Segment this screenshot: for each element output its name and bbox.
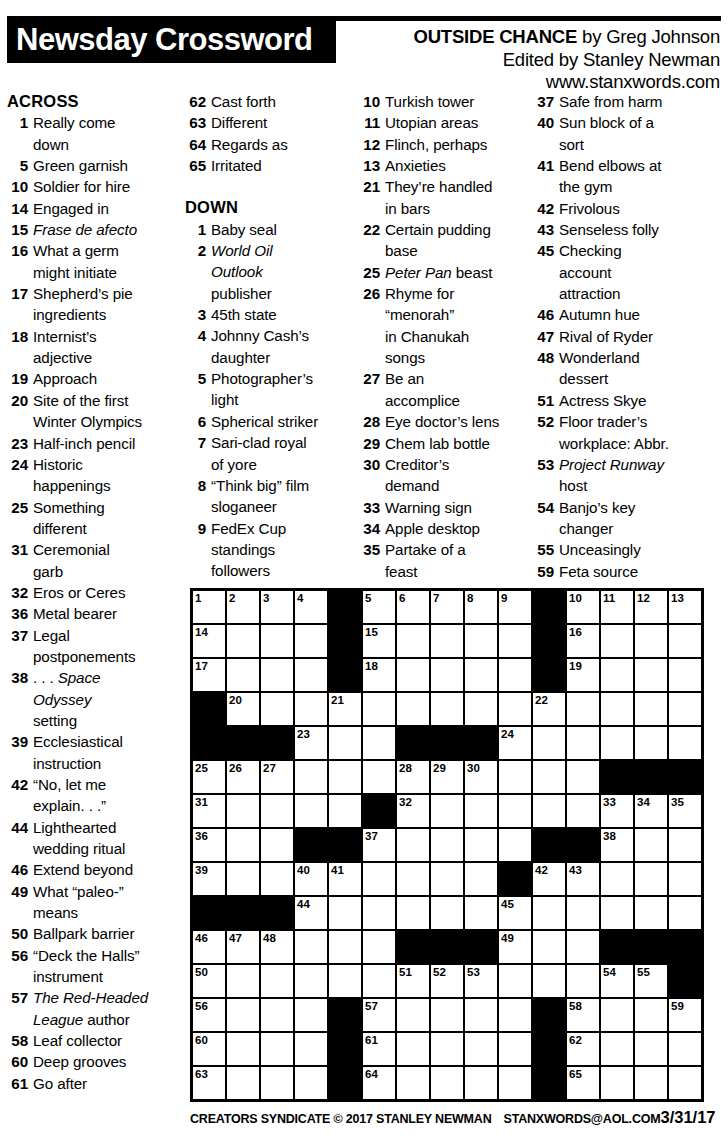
black-square: [260, 896, 294, 930]
black-square: [328, 828, 362, 862]
grid-cell[interactable]: 61: [362, 1032, 396, 1066]
grid-cell[interactable]: [430, 794, 464, 828]
grid-cell[interactable]: [430, 998, 464, 1032]
clue-43-down: 43Senseless folly: [533, 219, 727, 240]
black-square: [192, 692, 226, 726]
grid-cell[interactable]: [668, 624, 702, 658]
clue-number: 51: [533, 390, 559, 411]
grid-cell[interactable]: [464, 624, 498, 658]
clue-number: 37: [533, 91, 559, 112]
grid-cell[interactable]: 64: [362, 1066, 396, 1100]
clue-text: Ecclesiastical instruction: [33, 731, 181, 774]
cell-number: 51: [399, 965, 412, 979]
clue-10-across: 10Soldier for hire: [7, 176, 181, 197]
grid-cell[interactable]: 6: [396, 590, 430, 624]
clue-number: 31: [7, 539, 33, 582]
black-square: [328, 1066, 362, 1100]
grid-cell[interactable]: [498, 794, 532, 828]
grid-cell[interactable]: 52: [430, 964, 464, 998]
clue-number: 28: [359, 411, 385, 432]
grid-cell[interactable]: [566, 760, 600, 794]
clue-text: Flinch, perhaps: [385, 134, 531, 155]
clue-text: “Deck the Halls” instrument: [33, 945, 181, 988]
grid-cell[interactable]: [498, 658, 532, 692]
grid-cell[interactable]: [634, 1032, 668, 1066]
grid-cell[interactable]: [362, 964, 396, 998]
grid-cell[interactable]: [464, 998, 498, 1032]
grid-cell[interactable]: [226, 1066, 260, 1100]
grid-cell[interactable]: [600, 692, 634, 726]
cell-number: 42: [535, 863, 548, 877]
grid-cell[interactable]: [294, 794, 328, 828]
grid-cell[interactable]: [294, 998, 328, 1032]
grid-cell[interactable]: 31: [192, 794, 226, 828]
grid-cell[interactable]: [430, 828, 464, 862]
clue-59-down: 59Feta source: [533, 561, 727, 582]
grid-cell[interactable]: 60: [192, 1032, 226, 1066]
clue-20-across: 20Site of the first Winter Olympics: [7, 390, 181, 433]
grid-cell[interactable]: 24: [498, 726, 532, 760]
grid-cell[interactable]: [396, 998, 430, 1032]
cell-number: 26: [229, 761, 242, 775]
grid-cell[interactable]: [532, 964, 566, 998]
clue-14-across: 14Engaged in: [7, 198, 181, 219]
clue-number: 24: [7, 454, 33, 497]
grid-cell[interactable]: [226, 1032, 260, 1066]
cell-number: 46: [195, 931, 208, 945]
black-square: [328, 590, 362, 624]
clue-number: 41: [533, 155, 559, 198]
copyright-text: CREATORS SYNDICATE © 2017 STANLEY NEWMAN: [190, 1112, 492, 1126]
grid-cell[interactable]: [668, 1066, 702, 1100]
clue-number: 64: [185, 134, 211, 155]
clue-11-down: 11Utopian areas: [359, 112, 531, 133]
grid-cell[interactable]: [634, 1066, 668, 1100]
grid-cell[interactable]: [294, 760, 328, 794]
grid-cell[interactable]: 51: [396, 964, 430, 998]
italic-clue-segment: Space Odyssey: [33, 669, 100, 707]
grid-cell[interactable]: [600, 998, 634, 1032]
grid-cell[interactable]: [668, 828, 702, 862]
cell-number: 45: [501, 897, 514, 911]
grid-cell[interactable]: [260, 862, 294, 896]
grid-cell[interactable]: 33: [600, 794, 634, 828]
grid-cell[interactable]: 36: [192, 828, 226, 862]
grid-cell[interactable]: [464, 828, 498, 862]
clue-number: 32: [7, 582, 33, 603]
grid-cell[interactable]: 14: [192, 624, 226, 658]
grid-cell[interactable]: [226, 862, 260, 896]
grid-cell[interactable]: 56: [192, 998, 226, 1032]
grid-cell[interactable]: [328, 964, 362, 998]
grid-cell[interactable]: [430, 1032, 464, 1066]
clue-number: 19: [7, 368, 33, 389]
grid-cell[interactable]: [260, 1032, 294, 1066]
grid-cell[interactable]: [532, 930, 566, 964]
grid-cell[interactable]: [362, 726, 396, 760]
grid-cell[interactable]: 3: [260, 590, 294, 624]
grid-cell[interactable]: [464, 692, 498, 726]
grid-cell[interactable]: [226, 964, 260, 998]
grid-cell[interactable]: 39: [192, 862, 226, 896]
grid-cell[interactable]: [634, 658, 668, 692]
grid-cell[interactable]: [294, 1066, 328, 1100]
grid-cell[interactable]: [328, 760, 362, 794]
cell-number: 10: [569, 591, 582, 605]
grid-cell[interactable]: [396, 1032, 430, 1066]
cell-number: 1: [195, 591, 201, 605]
clue-text: The Red-Headed League author: [33, 987, 181, 1030]
black-square: [328, 658, 362, 692]
grid-cell[interactable]: [226, 828, 260, 862]
grid-cell[interactable]: [498, 760, 532, 794]
clue-text: Engaged in: [33, 198, 181, 219]
clue-number: 43: [533, 219, 559, 240]
cell-number: 25: [195, 761, 208, 775]
cell-number: 57: [365, 999, 378, 1013]
grid-cell[interactable]: [464, 658, 498, 692]
grid-cell[interactable]: [634, 998, 668, 1032]
clue-23-across: 23Half-inch pencil: [7, 433, 181, 454]
clue-text: Eros or Ceres: [33, 582, 181, 603]
clue-number: 10: [7, 176, 33, 197]
cell-number: 43: [569, 863, 582, 877]
clue-text: Be an accomplice: [385, 368, 531, 411]
grid-cell[interactable]: 30: [464, 760, 498, 794]
grid-cell[interactable]: [328, 726, 362, 760]
grid-cell[interactable]: [498, 964, 532, 998]
grid-cell[interactable]: 43: [566, 862, 600, 896]
grid-cell[interactable]: [566, 930, 600, 964]
clue-number: 46: [7, 859, 33, 880]
grid-cell[interactable]: [634, 692, 668, 726]
grid-cell[interactable]: [566, 726, 600, 760]
clue-number: 60: [7, 1051, 33, 1072]
clue-number: 48: [533, 347, 559, 390]
grid-cell[interactable]: [396, 828, 430, 862]
cell-number: 14: [195, 625, 208, 639]
grid-cell[interactable]: 41: [328, 862, 362, 896]
grid-cell[interactable]: [430, 896, 464, 930]
black-square: [498, 862, 532, 896]
clue-21-down: 21They’re handled in bars: [359, 176, 531, 219]
grid-cell[interactable]: [362, 692, 396, 726]
grid-cell[interactable]: [396, 1066, 430, 1100]
grid-cell[interactable]: [634, 828, 668, 862]
grid-cell[interactable]: 59: [668, 998, 702, 1032]
grid-cell[interactable]: 63: [192, 1066, 226, 1100]
grid-cell[interactable]: [566, 692, 600, 726]
grid-cell[interactable]: [668, 1032, 702, 1066]
grid-cell[interactable]: [668, 726, 702, 760]
black-square: [668, 760, 702, 794]
clue-number: 34: [359, 518, 385, 539]
grid-cell[interactable]: [634, 896, 668, 930]
cell-number: 56: [195, 999, 208, 1013]
grid-cell[interactable]: [668, 658, 702, 692]
clue-17-across: 17Shepherd’s pie ingredients: [7, 283, 181, 326]
clue-number: 13: [359, 155, 385, 176]
grid-cell[interactable]: [294, 692, 328, 726]
clue-6-down: 6Spherical striker: [185, 411, 357, 432]
grid-cell[interactable]: [260, 794, 294, 828]
grid-cell[interactable]: [430, 862, 464, 896]
crossword-page: Newsday Crossword OUTSIDE CHANCE by Greg…: [0, 0, 728, 1141]
grid-cell[interactable]: [362, 930, 396, 964]
grid-cell[interactable]: 19: [566, 658, 600, 692]
grid-cell[interactable]: 65: [566, 1066, 600, 1100]
grid-cell[interactable]: [294, 1032, 328, 1066]
clue-number: 30: [359, 454, 385, 497]
grid-cell[interactable]: [464, 896, 498, 930]
clue-text: Project Runway host: [559, 454, 727, 497]
clue-12-down: 12Flinch, perhaps: [359, 134, 531, 155]
clue-number: 3: [185, 304, 211, 325]
grid-cell[interactable]: [498, 692, 532, 726]
clue-number: 59: [533, 561, 559, 582]
cell-number: 53: [467, 965, 480, 979]
grid-cell[interactable]: [362, 862, 396, 896]
grid-cell[interactable]: [668, 692, 702, 726]
clue-text: “Think big” film sloganeer: [211, 475, 357, 518]
grid-cell[interactable]: [396, 658, 430, 692]
grid-cell[interactable]: [634, 624, 668, 658]
grid-cell[interactable]: 58: [566, 998, 600, 1032]
grid-cell[interactable]: 2: [226, 590, 260, 624]
clue-text: Chem lab bottle: [385, 433, 531, 454]
grid-cell[interactable]: [226, 794, 260, 828]
grid-cell[interactable]: [600, 896, 634, 930]
clue-text: Lighthearted wedding ritual: [33, 817, 181, 860]
cell-number: 12: [637, 591, 650, 605]
grid-cell[interactable]: [294, 964, 328, 998]
black-square: [328, 998, 362, 1032]
grid-cell[interactable]: [396, 862, 430, 896]
publication-title-box: Newsday Crossword: [7, 16, 336, 63]
clue-46-down: 46Autumn hue: [533, 304, 727, 325]
grid-cell[interactable]: [328, 930, 362, 964]
clue-3-down: 345th state: [185, 304, 357, 325]
clue-2-down: 2World Oil Outlook publisher: [185, 240, 357, 304]
grid-cell[interactable]: 35: [668, 794, 702, 828]
clue-number: 23: [7, 433, 33, 454]
grid-cell[interactable]: 7: [430, 590, 464, 624]
grid-cell[interactable]: [260, 1066, 294, 1100]
grid-cell[interactable]: [328, 794, 362, 828]
grid-cell[interactable]: 25: [192, 760, 226, 794]
grid-cell[interactable]: 28: [396, 760, 430, 794]
grid-cell[interactable]: [668, 862, 702, 896]
grid-cell[interactable]: [430, 624, 464, 658]
grid-cell[interactable]: 5: [362, 590, 396, 624]
grid-cell[interactable]: [396, 896, 430, 930]
grid-cell[interactable]: [532, 760, 566, 794]
down-clues-3: 37Safe from harm40Sun block of a sort41B…: [533, 91, 727, 582]
clue-45-down: 45Checking account attraction: [533, 240, 727, 304]
grid-cell[interactable]: [532, 794, 566, 828]
cell-number: 7: [433, 591, 439, 605]
grid-cell[interactable]: 9: [498, 590, 532, 624]
grid-cell[interactable]: [260, 828, 294, 862]
clue-25-across: 25Something different: [7, 497, 181, 540]
grid-cell[interactable]: 57: [362, 998, 396, 1032]
cell-number: 58: [569, 999, 582, 1013]
grid-cell[interactable]: 44: [294, 896, 328, 930]
grid-cell[interactable]: [260, 692, 294, 726]
cell-number: 61: [365, 1033, 378, 1047]
cell-number: 29: [433, 761, 446, 775]
grid-cell[interactable]: 16: [566, 624, 600, 658]
grid-cell[interactable]: [498, 624, 532, 658]
grid-cell[interactable]: [464, 1066, 498, 1100]
grid-cell[interactable]: [226, 624, 260, 658]
grid-cell[interactable]: 48: [260, 930, 294, 964]
grid-cell[interactable]: 45: [498, 896, 532, 930]
grid-cell[interactable]: [260, 964, 294, 998]
grid-cell[interactable]: 8: [464, 590, 498, 624]
grid-cell[interactable]: 46: [192, 930, 226, 964]
grid-cell[interactable]: [464, 862, 498, 896]
grid-cell[interactable]: 40: [294, 862, 328, 896]
grid-cell[interactable]: 26: [226, 760, 260, 794]
grid-cell[interactable]: [498, 998, 532, 1032]
clue-text: Different: [211, 112, 357, 133]
clue-text: Senseless folly: [559, 219, 727, 240]
grid-cell[interactable]: 29: [430, 760, 464, 794]
grid-cell[interactable]: 23: [294, 726, 328, 760]
grid-cell[interactable]: 38: [600, 828, 634, 862]
grid-cell[interactable]: [634, 862, 668, 896]
grid-cell[interactable]: [566, 964, 600, 998]
grid-cell[interactable]: 53: [464, 964, 498, 998]
grid-cell[interactable]: 12: [634, 590, 668, 624]
grid-cell[interactable]: [226, 998, 260, 1032]
cell-number: 55: [637, 965, 650, 979]
grid-cell[interactable]: [532, 896, 566, 930]
grid-cell[interactable]: [600, 726, 634, 760]
grid-cell[interactable]: 10: [566, 590, 600, 624]
black-square: [260, 726, 294, 760]
grid-cell[interactable]: 4: [294, 590, 328, 624]
grid-cell[interactable]: [600, 658, 634, 692]
grid-cell[interactable]: [260, 998, 294, 1032]
grid-cell[interactable]: [260, 658, 294, 692]
clue-column-4: 37Safe from harm40Sun block of a sort41B…: [533, 91, 727, 582]
black-square: [532, 1066, 566, 1100]
grid-cell[interactable]: [566, 896, 600, 930]
grid-cell[interactable]: [294, 624, 328, 658]
grid-cell[interactable]: [226, 658, 260, 692]
grid-cell[interactable]: [600, 1066, 634, 1100]
grid-cell[interactable]: [396, 692, 430, 726]
grid-cell[interactable]: 37: [362, 828, 396, 862]
grid-cell[interactable]: [464, 794, 498, 828]
footer: CREATORS SYNDICATE © 2017 STANLEY NEWMAN…: [190, 1108, 706, 1127]
grid-cell[interactable]: [600, 1032, 634, 1066]
cell-number: 44: [297, 897, 310, 911]
grid-cell[interactable]: [668, 896, 702, 930]
grid-cell[interactable]: [430, 1066, 464, 1100]
grid-cell[interactable]: [294, 930, 328, 964]
grid-cell[interactable]: [498, 1032, 532, 1066]
clue-46-across: 46Extend beyond: [7, 859, 181, 880]
grid-cell[interactable]: [566, 794, 600, 828]
grid-cell[interactable]: [498, 828, 532, 862]
grid-cell[interactable]: 50: [192, 964, 226, 998]
cell-number: 64: [365, 1067, 378, 1081]
grid-cell[interactable]: 42: [532, 862, 566, 896]
clue-text: Ceremonial garb: [33, 539, 181, 582]
clue-25-down: 25Peter Pan beast: [359, 262, 531, 283]
italic-clue-segment: World Oil Outlook: [211, 242, 273, 280]
grid-cell[interactable]: [430, 692, 464, 726]
black-square: [532, 1032, 566, 1066]
grid-cell[interactable]: [362, 760, 396, 794]
clue-text: Partake of a feast: [385, 539, 531, 582]
clue-text: World Oil Outlook publisher: [211, 240, 357, 304]
clue-text: Internist’s adjective: [33, 326, 181, 369]
grid-cell[interactable]: [328, 896, 362, 930]
clue-text: Ballpark barrier: [33, 923, 181, 944]
cell-number: 63: [195, 1067, 208, 1081]
cell-number: 62: [569, 1033, 582, 1047]
grid-cell[interactable]: 34: [634, 794, 668, 828]
grid-cell[interactable]: 21: [328, 692, 362, 726]
grid-cell[interactable]: [634, 726, 668, 760]
grid-cell[interactable]: [260, 624, 294, 658]
grid-cell[interactable]: 55: [634, 964, 668, 998]
grid-cell[interactable]: [464, 1032, 498, 1066]
cell-number: 40: [297, 863, 310, 877]
clue-5-down: 5Photographer’s light: [185, 368, 357, 411]
grid-cell[interactable]: 22: [532, 692, 566, 726]
grid-cell[interactable]: 62: [566, 1032, 600, 1066]
grid-cell[interactable]: 15: [362, 624, 396, 658]
grid-cell[interactable]: [396, 624, 430, 658]
grid-cell[interactable]: 20: [226, 692, 260, 726]
black-square: [328, 624, 362, 658]
black-square: [668, 964, 702, 998]
clue-36-across: 36Metal bearer: [7, 603, 181, 624]
clue-text: Banjo’s key changer: [559, 497, 727, 540]
grid-cell[interactable]: [600, 862, 634, 896]
grid-cell[interactable]: 11: [600, 590, 634, 624]
grid-cell[interactable]: 49: [498, 930, 532, 964]
grid-cell[interactable]: 54: [600, 964, 634, 998]
grid-cell[interactable]: 1: [192, 590, 226, 624]
clue-39-across: 39Ecclesiastical instruction: [7, 731, 181, 774]
grid-cell[interactable]: [532, 726, 566, 760]
grid-cell[interactable]: [498, 1066, 532, 1100]
clue-number: 14: [7, 198, 33, 219]
clue-number: 56: [7, 945, 33, 988]
clue-text: Shepherd’s pie ingredients: [33, 283, 181, 326]
grid-cell[interactable]: [362, 896, 396, 930]
grid-cell[interactable]: 32: [396, 794, 430, 828]
cell-number: 54: [603, 965, 616, 979]
grid-cell[interactable]: 13: [668, 590, 702, 624]
grid-cell[interactable]: 17: [192, 658, 226, 692]
cell-number: 60: [195, 1033, 208, 1047]
grid-cell[interactable]: [430, 658, 464, 692]
grid-cell[interactable]: [600, 624, 634, 658]
black-square: [430, 930, 464, 964]
grid-cell[interactable]: 47: [226, 930, 260, 964]
grid-cell[interactable]: 18: [362, 658, 396, 692]
cell-number: 3: [263, 591, 269, 605]
grid-cell[interactable]: [294, 658, 328, 692]
grid-cell[interactable]: 27: [260, 760, 294, 794]
